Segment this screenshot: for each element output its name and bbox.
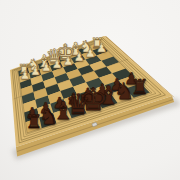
white-rook: ♜ (17, 63, 30, 76)
black-rook: ♜ (130, 77, 151, 98)
black-bishop: ♝ (96, 83, 121, 108)
white-bishop: ♝ (36, 53, 53, 70)
black-king: ♚ (78, 84, 109, 115)
black-rook: ♜ (25, 113, 44, 132)
black-pawn: ♟ (66, 92, 81, 107)
black-pawn: ♟ (52, 96, 67, 111)
black-pawn: ♟ (25, 106, 40, 121)
white-pawn: ♟ (30, 66, 42, 78)
black-queen: ♛ (64, 91, 92, 119)
white-pawn: ♟ (19, 70, 31, 82)
white-pawn: ♟ (51, 59, 63, 71)
pieces-layer: ♜♞♟♝♟♚♟♛♟♝♟♞♟♜♟♟♟♟♜♟♞♟♝♟♟♚♟♛♟♝♞♜ (0, 0, 180, 180)
white-knight: ♞ (78, 39, 94, 55)
chess-set-photo: ♜♞♟♝♟♚♟♛♟♝♟♞♟♜♟♟♟♟♜♟♞♟♝♟♟♚♟♛♟♝♞♜ (0, 0, 180, 180)
black-pawn: ♟ (123, 71, 139, 87)
black-pawn: ♟ (94, 82, 110, 98)
black-knight: ♞ (38, 106, 60, 128)
white-bishop: ♝ (67, 41, 85, 59)
white-pawn: ♟ (40, 62, 52, 74)
white-knight: ♞ (26, 58, 41, 73)
black-knight: ♞ (113, 80, 136, 103)
white-queen: ♛ (45, 47, 65, 67)
white-rook: ♜ (90, 36, 104, 50)
black-bishop: ♝ (51, 99, 75, 123)
white-pawn: ♟ (62, 55, 74, 67)
white-pawn: ♟ (84, 47, 96, 59)
white-pawn: ♟ (95, 42, 107, 54)
black-pawn: ♟ (109, 77, 125, 93)
white-pawn: ♟ (73, 51, 85, 63)
black-pawn: ♟ (38, 101, 53, 116)
white-king: ♚ (54, 42, 76, 64)
black-pawn: ♟ (80, 87, 96, 103)
